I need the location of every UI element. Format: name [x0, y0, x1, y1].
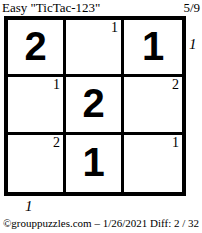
cell-r3c2[interactable]: 1 [66, 135, 124, 192]
cell-r3c3[interactable]: 1 [124, 135, 182, 192]
puzzle-title: Easy "TicTac-123" [2, 0, 100, 15]
corner-clue: 1 [53, 77, 60, 92]
cell-r1c2[interactable]: 1 [66, 20, 124, 77]
copyright-footer: ©grouppuzzles.com – 1/26/2021 Diff: 2 / … [0, 217, 202, 230]
cell-r2c2[interactable]: 2 [66, 77, 124, 134]
cell-r3c1[interactable]: 2 [8, 135, 66, 192]
corner-clue: 1 [172, 135, 179, 150]
cell-r2c1[interactable]: 1 [8, 77, 66, 134]
col-1-outside-clue: 1 [25, 199, 33, 214]
cell-value: 1 [142, 26, 164, 66]
cell-value: 1 [82, 142, 104, 182]
page-indicator: 5/9 [183, 0, 200, 15]
cell-value: 2 [82, 83, 104, 123]
cell-r2c3[interactable]: 2 [124, 77, 182, 134]
corner-clue: 2 [53, 135, 60, 150]
row-1-outside-clue: 1 [189, 37, 197, 52]
corner-clue: 1 [111, 20, 118, 35]
tictac-board: 2 1 1 1 2 2 2 1 1 [4, 16, 186, 196]
puzzle-page: Easy "TicTac-123" 5/9 2 1 1 1 2 2 2 [0, 0, 202, 233]
page-header: Easy "TicTac-123" 5/9 [0, 0, 202, 15]
cell-r1c1[interactable]: 2 [8, 20, 66, 77]
cell-value: 2 [24, 26, 46, 66]
corner-clue: 2 [172, 77, 179, 92]
cell-r1c3[interactable]: 1 [124, 20, 182, 77]
